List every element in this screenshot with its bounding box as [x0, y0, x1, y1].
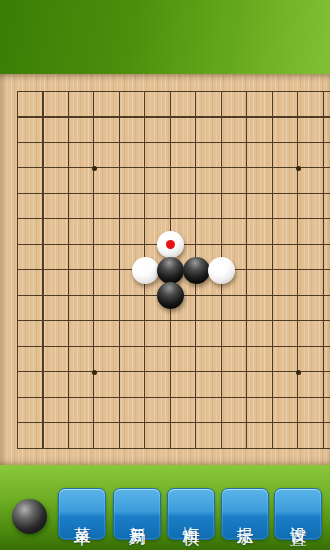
settings-button[interactable]: 设置	[274, 488, 322, 540]
undo-button-label: 悔棋	[180, 510, 203, 519]
app-screen: 菜单 新局 悔棋 提示 设置	[0, 0, 330, 550]
turn-indicator-stone	[12, 499, 47, 534]
star-point	[92, 166, 97, 171]
hint-button[interactable]: 提示	[221, 488, 269, 540]
stone-white	[132, 257, 159, 284]
new-game-button[interactable]: 新局	[113, 488, 161, 540]
gomoku-board[interactable]	[0, 74, 330, 465]
top-banner	[0, 0, 330, 74]
stone-white	[208, 257, 235, 284]
undo-button[interactable]: 悔棋	[167, 488, 215, 540]
stone-black	[157, 257, 184, 284]
star-point	[296, 166, 301, 171]
stone-black	[183, 257, 210, 284]
settings-button-label: 设置	[287, 510, 310, 519]
stone-black	[157, 282, 184, 309]
star-point	[92, 370, 97, 375]
stone-white	[157, 231, 184, 258]
bottom-toolbar: 菜单 新局 悔棋 提示 设置	[0, 465, 330, 550]
menu-button-label: 菜单	[71, 510, 94, 519]
star-point	[296, 370, 301, 375]
menu-button[interactable]: 菜单	[58, 488, 106, 540]
hint-button-label: 提示	[234, 510, 257, 519]
new-game-button-label: 新局	[126, 510, 149, 519]
last-move-marker	[166, 240, 175, 249]
